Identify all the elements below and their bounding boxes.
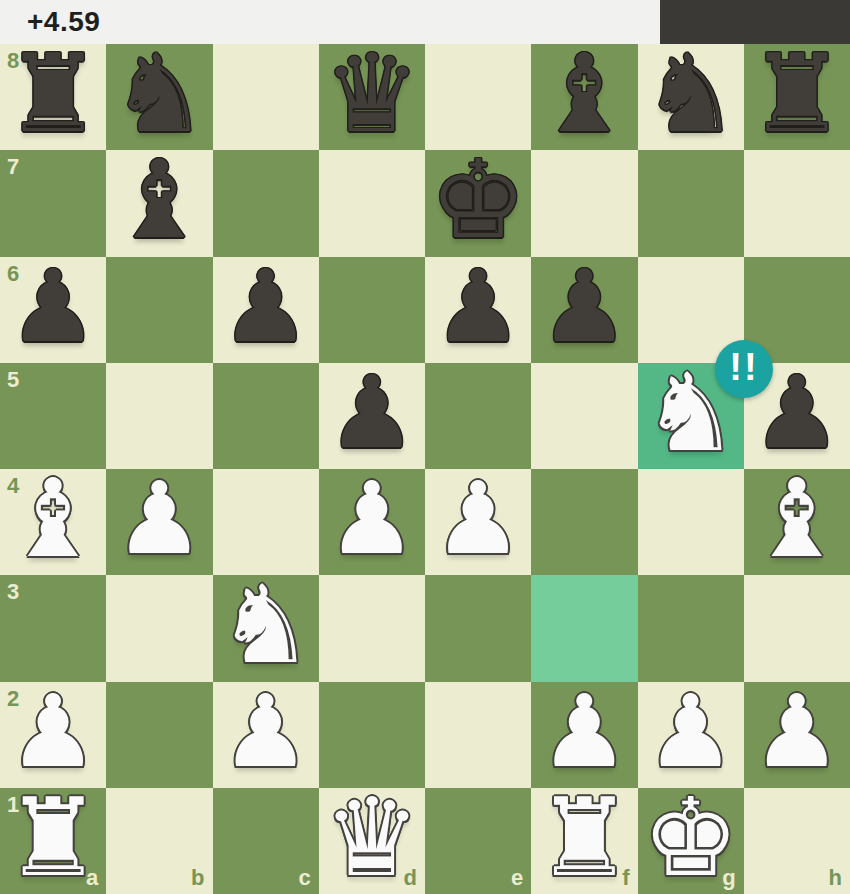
square-f3[interactable] (531, 575, 637, 681)
square-f7[interactable] (531, 150, 637, 256)
piece-black-pawn[interactable]: ♟ (531, 257, 637, 363)
square-d2[interactable] (319, 682, 425, 788)
piece-black-pawn[interactable]: ♟ (213, 257, 319, 363)
file-label-c: c (299, 867, 311, 889)
square-h2[interactable]: ♟ (744, 682, 850, 788)
square-a4[interactable]: 4♝ (0, 469, 106, 575)
square-g8[interactable]: ♞ (638, 44, 744, 150)
square-c1[interactable]: c (213, 788, 319, 894)
piece-black-king[interactable]: ♚ (425, 150, 531, 256)
square-b5[interactable] (106, 363, 212, 469)
piece-black-rook[interactable]: ♜ (744, 44, 850, 150)
square-g1[interactable]: g♚ (638, 788, 744, 894)
piece-black-pawn[interactable]: ♟ (0, 257, 106, 363)
chess-board: !! 8♜♞♛♝♞♜7♝♚6♟♟♟♟5♟♞♟4♝♟♟♟♝3♞2♟♟♟♟♟1a♜b… (0, 44, 850, 894)
piece-white-pawn[interactable]: ♟ (106, 469, 212, 575)
piece-black-pawn[interactable]: ♟ (425, 257, 531, 363)
square-d7[interactable] (319, 150, 425, 256)
square-h3[interactable] (744, 575, 850, 681)
square-d8[interactable]: ♛ (319, 44, 425, 150)
rank-label-3: 3 (7, 581, 19, 603)
piece-white-pawn[interactable]: ♟ (0, 682, 106, 788)
piece-white-pawn[interactable]: ♟ (425, 469, 531, 575)
square-b1[interactable]: b (106, 788, 212, 894)
piece-white-queen[interactable]: ♛ (319, 788, 425, 894)
square-a1[interactable]: 1a♜ (0, 788, 106, 894)
square-f5[interactable] (531, 363, 637, 469)
piece-white-king[interactable]: ♚ (638, 788, 744, 894)
piece-white-pawn[interactable]: ♟ (213, 682, 319, 788)
square-f4[interactable] (531, 469, 637, 575)
square-f2[interactable]: ♟ (531, 682, 637, 788)
square-h4[interactable]: ♝ (744, 469, 850, 575)
square-c2[interactable]: ♟ (213, 682, 319, 788)
brilliant-move-badge: !! (715, 340, 773, 398)
rank-label-5: 5 (7, 369, 19, 391)
square-e1[interactable]: e (425, 788, 531, 894)
piece-black-bishop[interactable]: ♝ (106, 150, 212, 256)
square-e3[interactable] (425, 575, 531, 681)
piece-white-rook[interactable]: ♜ (531, 788, 637, 894)
square-c8[interactable] (213, 44, 319, 150)
square-d1[interactable]: d♛ (319, 788, 425, 894)
piece-black-knight[interactable]: ♞ (638, 44, 744, 150)
brilliant-icon: !! (729, 348, 758, 386)
square-e4[interactable]: ♟ (425, 469, 531, 575)
piece-white-knight[interactable]: ♞ (213, 575, 319, 681)
square-b3[interactable] (106, 575, 212, 681)
square-a3[interactable]: 3 (0, 575, 106, 681)
file-label-e: e (511, 867, 523, 889)
square-g3[interactable] (638, 575, 744, 681)
piece-black-bishop[interactable]: ♝ (531, 44, 637, 150)
square-f8[interactable]: ♝ (531, 44, 637, 150)
square-h7[interactable] (744, 150, 850, 256)
square-f1[interactable]: f♜ (531, 788, 637, 894)
square-d5[interactable]: ♟ (319, 363, 425, 469)
file-label-b: b (191, 867, 204, 889)
rank-label-7: 7 (7, 156, 19, 178)
square-d6[interactable] (319, 257, 425, 363)
square-b4[interactable]: ♟ (106, 469, 212, 575)
square-c6[interactable]: ♟ (213, 257, 319, 363)
piece-black-knight[interactable]: ♞ (106, 44, 212, 150)
piece-white-rook[interactable]: ♜ (0, 788, 106, 894)
square-e5[interactable] (425, 363, 531, 469)
square-d4[interactable]: ♟ (319, 469, 425, 575)
piece-white-bishop[interactable]: ♝ (744, 469, 850, 575)
square-c7[interactable] (213, 150, 319, 256)
square-e2[interactable] (425, 682, 531, 788)
square-a7[interactable]: 7 (0, 150, 106, 256)
piece-white-bishop[interactable]: ♝ (0, 469, 106, 575)
square-g4[interactable] (638, 469, 744, 575)
square-b2[interactable] (106, 682, 212, 788)
square-a6[interactable]: 6♟ (0, 257, 106, 363)
square-e6[interactable]: ♟ (425, 257, 531, 363)
square-h8[interactable]: ♜ (744, 44, 850, 150)
piece-black-pawn[interactable]: ♟ (319, 363, 425, 469)
piece-white-pawn[interactable]: ♟ (638, 682, 744, 788)
piece-white-pawn[interactable]: ♟ (319, 469, 425, 575)
piece-white-pawn[interactable]: ♟ (744, 682, 850, 788)
square-c4[interactable] (213, 469, 319, 575)
square-f6[interactable]: ♟ (531, 257, 637, 363)
square-c3[interactable]: ♞ (213, 575, 319, 681)
square-a2[interactable]: 2♟ (0, 682, 106, 788)
square-g2[interactable]: ♟ (638, 682, 744, 788)
piece-white-pawn[interactable]: ♟ (531, 682, 637, 788)
square-a8[interactable]: 8♜ (0, 44, 106, 150)
square-h1[interactable]: h (744, 788, 850, 894)
square-b6[interactable] (106, 257, 212, 363)
file-label-h: h (829, 867, 842, 889)
square-e8[interactable] (425, 44, 531, 150)
piece-black-rook[interactable]: ♜ (0, 44, 106, 150)
square-c5[interactable] (213, 363, 319, 469)
square-b8[interactable]: ♞ (106, 44, 212, 150)
square-a5[interactable]: 5 (0, 363, 106, 469)
square-d3[interactable] (319, 575, 425, 681)
square-b7[interactable]: ♝ (106, 150, 212, 256)
piece-black-queen[interactable]: ♛ (319, 44, 425, 150)
square-g7[interactable] (638, 150, 744, 256)
square-e7[interactable]: ♚ (425, 150, 531, 256)
